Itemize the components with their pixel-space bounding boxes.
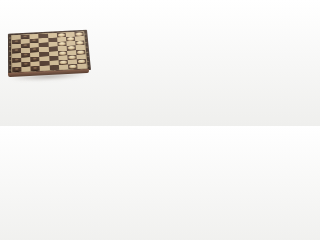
rank-label: 3	[86, 55, 89, 58]
rank-label: 8	[84, 32, 87, 35]
rank-label: 2	[9, 64, 11, 67]
rank-label: 7	[85, 37, 88, 40]
rank-labels-left: 87654321	[8, 36, 12, 73]
product-photo-scene: abcdefgh 87654321 87654321	[0, 0, 95, 126]
rank-label: 1	[87, 64, 90, 67]
rank-label: 5	[85, 46, 88, 49]
rank-label: 3	[9, 59, 11, 62]
rank-label: 4	[86, 50, 89, 53]
rank-label: 1	[9, 68, 11, 71]
board-grid	[12, 32, 87, 72]
rank-label: 5	[9, 50, 11, 53]
rank-label: 7	[9, 41, 11, 44]
board-frame: abcdefgh 87654321 87654321	[8, 30, 91, 75]
rank-label: 2	[87, 60, 90, 63]
rank-label: 6	[9, 45, 11, 48]
rank-label: 8	[9, 36, 11, 39]
rank-label: 6	[85, 41, 88, 44]
rank-label: 4	[9, 54, 11, 57]
